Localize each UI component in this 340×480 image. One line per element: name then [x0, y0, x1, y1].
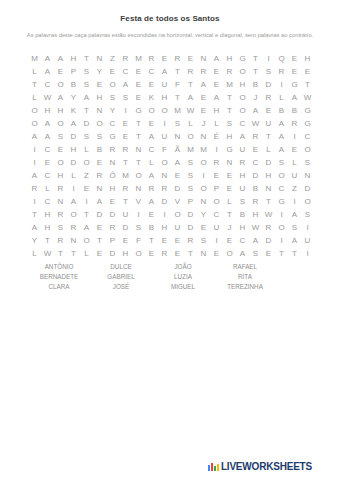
grid-cell-r1c12[interactable]: R [171, 52, 184, 65]
grid-cell-r11c9[interactable]: N [132, 182, 145, 195]
grid-cell-r9c18[interactable]: C [249, 156, 262, 169]
grid-cell-r2c15[interactable]: E [210, 65, 223, 78]
grid-cell-r11c14[interactable]: O [197, 182, 210, 195]
grid-cell-r14c7[interactable]: R [106, 221, 119, 234]
grid-cell-r9c17[interactable]: R [236, 156, 249, 169]
grid-cell-r4c9[interactable]: E [132, 91, 145, 104]
grid-cell-r11c2[interactable]: L [41, 182, 54, 195]
grid-cell-r14c20[interactable]: O [275, 221, 288, 234]
grid-cell-r11c19[interactable]: N [262, 182, 275, 195]
grid-cell-r9c11[interactable]: O [158, 156, 171, 169]
grid-cell-r11c22[interactable]: D [301, 182, 314, 195]
grid-cell-r12c2[interactable]: C [41, 195, 54, 208]
grid-cell-r2c20[interactable]: R [275, 65, 288, 78]
grid-cell-r6c10[interactable]: E [145, 117, 158, 130]
grid-cell-r2c8[interactable]: C [119, 65, 132, 78]
grid-cell-r5c5[interactable]: T [80, 104, 93, 117]
grid-cell-r15c3[interactable]: R [54, 234, 67, 247]
grid-cell-r12c22[interactable]: O [301, 195, 314, 208]
grid-cell-r12c21[interactable]: I [288, 195, 301, 208]
grid-cell-r1c6[interactable]: N [93, 52, 106, 65]
grid-cell-r12c12[interactable]: V [171, 195, 184, 208]
grid-cell-r15c6[interactable]: T [93, 234, 106, 247]
grid-cell-r3c20[interactable]: I [275, 78, 288, 91]
grid-cell-r2c17[interactable]: O [236, 65, 249, 78]
grid-cell-r13c14[interactable]: Y [197, 208, 210, 221]
grid-cell-r4c21[interactable]: A [288, 91, 301, 104]
grid-cell-r13c20[interactable]: I [275, 208, 288, 221]
grid-cell-r11c15[interactable]: P [210, 182, 223, 195]
grid-cell-r2c5[interactable]: S [80, 65, 93, 78]
grid-cell-r16c13[interactable]: T [184, 247, 197, 260]
grid-cell-r14c9[interactable]: S [132, 221, 145, 234]
grid-cell-r11c1[interactable]: R [28, 182, 41, 195]
grid-cell-r5c15[interactable]: H [210, 104, 223, 117]
grid-cell-r6c14[interactable]: J [197, 117, 210, 130]
grid-cell-r8c7[interactable]: R [106, 143, 119, 156]
grid-cell-r3c15[interactable]: E [210, 78, 223, 91]
grid-cell-r11c5[interactable]: E [80, 182, 93, 195]
grid-cell-r6c1[interactable]: O [28, 117, 41, 130]
grid-cell-r16c3[interactable]: T [54, 247, 67, 260]
grid-cell-r1c19[interactable]: I [262, 52, 275, 65]
grid-cell-r5c3[interactable]: H [54, 104, 67, 117]
grid-cell-r13c19[interactable]: W [262, 208, 275, 221]
grid-cell-r11c12[interactable]: D [171, 182, 184, 195]
grid-cell-r2c2[interactable]: A [41, 65, 54, 78]
grid-cell-r4c4[interactable]: Y [67, 91, 80, 104]
grid-cell-r12c15[interactable]: O [210, 195, 223, 208]
grid-cell-r5c1[interactable]: O [28, 104, 41, 117]
grid-cell-r4c10[interactable]: K [145, 91, 158, 104]
grid-cell-r12c11[interactable]: D [158, 195, 171, 208]
grid-cell-r14c6[interactable]: E [93, 221, 106, 234]
grid-cell-r5c22[interactable]: G [301, 104, 314, 117]
grid-cell-r16c4[interactable]: T [67, 247, 80, 260]
grid-cell-r4c22[interactable]: W [301, 91, 314, 104]
grid-cell-r10c20[interactable]: O [275, 169, 288, 182]
grid-cell-r4c13[interactable]: A [184, 91, 197, 104]
grid-cell-r5c7[interactable]: Y [106, 104, 119, 117]
grid-cell-r1c22[interactable]: H [301, 52, 314, 65]
grid-cell-r9c20[interactable]: S [275, 156, 288, 169]
grid-cell-r9c19[interactable]: D [262, 156, 275, 169]
grid-cell-r3c4[interactable]: B [67, 78, 80, 91]
grid-cell-r14c12[interactable]: U [171, 221, 184, 234]
grid-cell-r3c8[interactable]: A [119, 78, 132, 91]
grid-cell-r1c13[interactable]: E [184, 52, 197, 65]
grid-cell-r1c11[interactable]: E [158, 52, 171, 65]
grid-cell-r16c20[interactable]: T [275, 247, 288, 260]
grid-cell-r12c7[interactable]: E [106, 195, 119, 208]
grid-cell-r6c7[interactable]: C [106, 117, 119, 130]
grid-cell-r5c6[interactable]: N [93, 104, 106, 117]
grid-cell-r1c3[interactable]: A [54, 52, 67, 65]
grid-cell-r1c7[interactable]: Z [106, 52, 119, 65]
grid-cell-r3c11[interactable]: U [158, 78, 171, 91]
grid-cell-r11c3[interactable]: R [54, 182, 67, 195]
grid-cell-r16c12[interactable]: E [171, 247, 184, 260]
grid-cell-r13c6[interactable]: D [93, 208, 106, 221]
grid-cell-r8c16[interactable]: G [223, 143, 236, 156]
grid-cell-r1c16[interactable]: H [223, 52, 236, 65]
grid-cell-r6c5[interactable]: D [80, 117, 93, 130]
grid-cell-r16c16[interactable]: O [223, 247, 236, 260]
grid-cell-r15c22[interactable]: U [301, 234, 314, 247]
grid-cell-r3c5[interactable]: S [80, 78, 93, 91]
grid-cell-r14c10[interactable]: B [145, 221, 158, 234]
grid-cell-r12c18[interactable]: R [249, 195, 262, 208]
grid-cell-r13c11[interactable]: I [158, 208, 171, 221]
grid-cell-r10c6[interactable]: R [93, 169, 106, 182]
grid-cell-r8c14[interactable]: M [197, 143, 210, 156]
grid-cell-r5c9[interactable]: G [132, 104, 145, 117]
grid-cell-r15c14[interactable]: S [197, 234, 210, 247]
grid-cell-r12c16[interactable]: L [223, 195, 236, 208]
grid-cell-r15c17[interactable]: C [236, 234, 249, 247]
grid-cell-r3c1[interactable]: T [28, 78, 41, 91]
grid-cell-r1c2[interactable]: A [41, 52, 54, 65]
grid-cell-r16c22[interactable]: I [301, 247, 314, 260]
grid-cell-r10c22[interactable]: N [301, 169, 314, 182]
grid-cell-r5c10[interactable]: O [145, 104, 158, 117]
grid-cell-r2c13[interactable]: R [184, 65, 197, 78]
grid-cell-r9c7[interactable]: N [106, 156, 119, 169]
grid-cell-r14c1[interactable]: A [28, 221, 41, 234]
grid-cell-r7c16[interactable]: H [223, 130, 236, 143]
grid-cell-r13c2[interactable]: H [41, 208, 54, 221]
grid-cell-r5c4[interactable]: K [67, 104, 80, 117]
grid-cell-r2c10[interactable]: C [145, 65, 158, 78]
grid-cell-r7c2[interactable]: A [41, 130, 54, 143]
grid-cell-r4c17[interactable]: O [236, 91, 249, 104]
grid-cell-r14c21[interactable]: S [288, 221, 301, 234]
grid-cell-r6c9[interactable]: T [132, 117, 145, 130]
grid-cell-r4c19[interactable]: R [262, 91, 275, 104]
grid-cell-r3c6[interactable]: E [93, 78, 106, 91]
grid-cell-r6c19[interactable]: U [262, 117, 275, 130]
grid-cell-r13c10[interactable]: E [145, 208, 158, 221]
grid-cell-r10c8[interactable]: M [119, 169, 132, 182]
grid-cell-r4c1[interactable]: L [28, 91, 41, 104]
grid-cell-r6c18[interactable]: W [249, 117, 262, 130]
grid-cell-r5c17[interactable]: O [236, 104, 249, 117]
grid-cell-r2c14[interactable]: R [197, 65, 210, 78]
grid-cell-r6c17[interactable]: C [236, 117, 249, 130]
grid-cell-r1c15[interactable]: A [210, 52, 223, 65]
grid-cell-r15c19[interactable]: D [262, 234, 275, 247]
grid-cell-r14c11[interactable]: H [158, 221, 171, 234]
grid-cell-r14c14[interactable]: E [197, 221, 210, 234]
grid-cell-r15c8[interactable]: E [119, 234, 132, 247]
grid-cell-r9c2[interactable]: E [41, 156, 54, 169]
grid-cell-r15c15[interactable]: I [210, 234, 223, 247]
grid-cell-r9c13[interactable]: S [184, 156, 197, 169]
grid-cell-r5c12[interactable]: M [171, 104, 184, 117]
grid-cell-r8c6[interactable]: B [93, 143, 106, 156]
grid-cell-r6c8[interactable]: E [119, 117, 132, 130]
grid-cell-r9c21[interactable]: L [288, 156, 301, 169]
grid-cell-r13c16[interactable]: T [223, 208, 236, 221]
grid-cell-r11c17[interactable]: U [236, 182, 249, 195]
grid-cell-r13c1[interactable]: T [28, 208, 41, 221]
grid-cell-r10c10[interactable]: A [145, 169, 158, 182]
grid-cell-r3c7[interactable]: O [106, 78, 119, 91]
grid-cell-r10c15[interactable]: E [210, 169, 223, 182]
grid-cell-r7c15[interactable]: É [210, 130, 223, 143]
grid-cell-r8c11[interactable]: F [158, 143, 171, 156]
grid-cell-r16c10[interactable]: E [145, 247, 158, 260]
grid-cell-r4c5[interactable]: A [80, 91, 93, 104]
grid-cell-r2c21[interactable]: E [288, 65, 301, 78]
grid-cell-r9c9[interactable]: T [132, 156, 145, 169]
grid-cell-r5c18[interactable]: A [249, 104, 262, 117]
grid-cell-r3c19[interactable]: D [262, 78, 275, 91]
grid-cell-r16c15[interactable]: E [210, 247, 223, 260]
grid-cell-r15c7[interactable]: P [106, 234, 119, 247]
grid-cell-r14c16[interactable]: J [223, 221, 236, 234]
grid-cell-r4c8[interactable]: S [119, 91, 132, 104]
grid-cell-r16c7[interactable]: D [106, 247, 119, 260]
grid-cell-r14c18[interactable]: W [249, 221, 262, 234]
grid-cell-r7c20[interactable]: A [275, 130, 288, 143]
grid-cell-r6c21[interactable]: R [288, 117, 301, 130]
grid-cell-r11c21[interactable]: Z [288, 182, 301, 195]
grid-cell-r12c3[interactable]: N [54, 195, 67, 208]
grid-cell-r11c11[interactable]: R [158, 182, 171, 195]
grid-cell-r14c13[interactable]: D [184, 221, 197, 234]
grid-cell-r4c20[interactable]: L [275, 91, 288, 104]
grid-cell-r1c9[interactable]: M [132, 52, 145, 65]
grid-cell-r6c2[interactable]: A [41, 117, 54, 130]
grid-cell-r14c17[interactable]: H [236, 221, 249, 234]
grid-cell-r12c20[interactable]: G [275, 195, 288, 208]
grid-cell-r7c5[interactable]: S [80, 130, 93, 143]
grid-cell-r7c12[interactable]: N [171, 130, 184, 143]
grid-cell-r11c16[interactable]: E [223, 182, 236, 195]
grid-cell-r13c4[interactable]: O [67, 208, 80, 221]
grid-cell-r5c21[interactable]: B [288, 104, 301, 117]
grid-cell-r8c5[interactable]: L [80, 143, 93, 156]
grid-cell-r11c10[interactable]: R [145, 182, 158, 195]
grid-cell-r9c3[interactable]: O [54, 156, 67, 169]
grid-cell-r10c14[interactable]: I [197, 169, 210, 182]
grid-cell-r15c11[interactable]: E [158, 234, 171, 247]
grid-cell-r12c4[interactable]: A [67, 195, 80, 208]
grid-cell-r16c18[interactable]: S [249, 247, 262, 260]
grid-cell-r1c20[interactable]: Q [275, 52, 288, 65]
grid-cell-r12c5[interactable]: I [80, 195, 93, 208]
grid-cell-r6c12[interactable]: S [171, 117, 184, 130]
grid-cell-r11c18[interactable]: B [249, 182, 262, 195]
grid-cell-r2c18[interactable]: T [249, 65, 262, 78]
grid-cell-r13c21[interactable]: A [288, 208, 301, 221]
grid-cell-r9c14[interactable]: O [197, 156, 210, 169]
grid-cell-r3c21[interactable]: G [288, 78, 301, 91]
grid-cell-r10c17[interactable]: H [236, 169, 249, 182]
grid-cell-r16c9[interactable]: O [132, 247, 145, 260]
grid-cell-r15c21[interactable]: A [288, 234, 301, 247]
grid-cell-r6c15[interactable]: L [210, 117, 223, 130]
grid-cell-r9c8[interactable]: T [119, 156, 132, 169]
grid-cell-r8c8[interactable]: R [119, 143, 132, 156]
grid-cell-r10c5[interactable]: Z [80, 169, 93, 182]
grid-cell-r13c3[interactable]: R [54, 208, 67, 221]
grid-cell-r6c4[interactable]: A [67, 117, 80, 130]
grid-cell-r2c4[interactable]: P [67, 65, 80, 78]
grid-cell-r12c13[interactable]: P [184, 195, 197, 208]
grid-cell-r4c2[interactable]: W [41, 91, 54, 104]
grid-cell-r9c15[interactable]: R [210, 156, 223, 169]
grid-cell-r9c4[interactable]: D [67, 156, 80, 169]
grid-cell-r16c17[interactable]: A [236, 247, 249, 260]
grid-cell-r4c15[interactable]: A [210, 91, 223, 104]
grid-cell-r5c19[interactable]: E [262, 104, 275, 117]
grid-cell-r1c21[interactable]: E [288, 52, 301, 65]
grid-cell-r10c7[interactable]: Ô [106, 169, 119, 182]
grid-cell-r8c13[interactable]: M [184, 143, 197, 156]
grid-cell-r15c12[interactable]: E [171, 234, 184, 247]
grid-cell-r13c12[interactable]: O [171, 208, 184, 221]
grid-cell-r1c10[interactable]: R [145, 52, 158, 65]
grid-cell-r8c22[interactable]: O [301, 143, 314, 156]
grid-cell-r16c2[interactable]: W [41, 247, 54, 260]
grid-cell-r1c14[interactable]: N [197, 52, 210, 65]
grid-cell-r12c8[interactable]: T [119, 195, 132, 208]
grid-cell-r6c6[interactable]: O [93, 117, 106, 130]
grid-cell-r3c13[interactable]: T [184, 78, 197, 91]
grid-cell-r3c16[interactable]: M [223, 78, 236, 91]
grid-cell-r5c13[interactable]: W [184, 104, 197, 117]
grid-cell-r5c11[interactable]: O [158, 104, 171, 117]
grid-cell-r7c11[interactable]: U [158, 130, 171, 143]
grid-cell-r12c1[interactable]: I [28, 195, 41, 208]
grid-cell-r5c16[interactable]: T [223, 104, 236, 117]
grid-cell-r7c3[interactable]: S [54, 130, 67, 143]
grid-cell-r11c7[interactable]: H [106, 182, 119, 195]
grid-cell-r14c3[interactable]: S [54, 221, 67, 234]
grid-cell-r10c19[interactable]: H [262, 169, 275, 182]
grid-cell-r6c20[interactable]: A [275, 117, 288, 130]
grid-cell-r11c13[interactable]: S [184, 182, 197, 195]
grid-cell-r8c10[interactable]: C [145, 143, 158, 156]
grid-cell-r15c20[interactable]: I [275, 234, 288, 247]
grid-cell-r3c18[interactable]: B [249, 78, 262, 91]
grid-cell-r14c8[interactable]: D [119, 221, 132, 234]
grid-cell-r7c7[interactable]: G [106, 130, 119, 143]
grid-cell-r2c7[interactable]: E [106, 65, 119, 78]
grid-cell-r2c11[interactable]: A [158, 65, 171, 78]
grid-cell-r8c19[interactable]: L [262, 143, 275, 156]
liveworksheets-footer-link[interactable]: LIVEWORKSHEETS [208, 462, 312, 472]
grid-cell-r7c4[interactable]: D [67, 130, 80, 143]
grid-cell-r14c4[interactable]: R [67, 221, 80, 234]
grid-cell-r12c17[interactable]: S [236, 195, 249, 208]
grid-cell-r6c13[interactable]: L [184, 117, 197, 130]
grid-cell-r15c1[interactable]: Y [28, 234, 41, 247]
grid-cell-r15c9[interactable]: F [132, 234, 145, 247]
grid-cell-r4c12[interactable]: T [171, 91, 184, 104]
grid-cell-r7c8[interactable]: E [119, 130, 132, 143]
grid-cell-r13c22[interactable]: S [301, 208, 314, 221]
grid-cell-r4c18[interactable]: J [249, 91, 262, 104]
grid-cell-r13c15[interactable]: C [210, 208, 223, 221]
grid-cell-r12c14[interactable]: N [197, 195, 210, 208]
grid-cell-r16c6[interactable]: E [93, 247, 106, 260]
grid-cell-r15c4[interactable]: N [67, 234, 80, 247]
grid-cell-r10c12[interactable]: E [171, 169, 184, 182]
grid-cell-r14c22[interactable]: I [301, 221, 314, 234]
grid-cell-r12c6[interactable]: A [93, 195, 106, 208]
grid-cell-r12c10[interactable]: A [145, 195, 158, 208]
grid-cell-r2c19[interactable]: S [262, 65, 275, 78]
grid-cell-r15c18[interactable]: A [249, 234, 262, 247]
grid-cell-r8c20[interactable]: A [275, 143, 288, 156]
grid-cell-r6c22[interactable]: G [301, 117, 314, 130]
grid-cell-r13c17[interactable]: B [236, 208, 249, 221]
grid-cell-r10c21[interactable]: U [288, 169, 301, 182]
grid-cell-r4c11[interactable]: H [158, 91, 171, 104]
grid-cell-r6c3[interactable]: O [54, 117, 67, 130]
grid-cell-r12c19[interactable]: T [262, 195, 275, 208]
grid-cell-r9c6[interactable]: E [93, 156, 106, 169]
grid-cell-r8c2[interactable]: C [41, 143, 54, 156]
grid-cell-r7c22[interactable]: C [301, 130, 314, 143]
grid-cell-r13c7[interactable]: D [106, 208, 119, 221]
grid-cell-r10c16[interactable]: E [223, 169, 236, 182]
grid-cell-r8c3[interactable]: E [54, 143, 67, 156]
grid-cell-r7c19[interactable]: T [262, 130, 275, 143]
grid-cell-r7c18[interactable]: R [249, 130, 262, 143]
grid-cell-r5c8[interactable]: I [119, 104, 132, 117]
grid-cell-r8c21[interactable]: E [288, 143, 301, 156]
grid-cell-r16c21[interactable]: T [288, 247, 301, 260]
grid-cell-r2c6[interactable]: Y [93, 65, 106, 78]
grid-cell-r7c9[interactable]: T [132, 130, 145, 143]
grid-cell-r8c9[interactable]: N [132, 143, 145, 156]
grid-cell-r1c4[interactable]: H [67, 52, 80, 65]
grid-cell-r7c6[interactable]: S [93, 130, 106, 143]
grid-cell-r3c2[interactable]: C [41, 78, 54, 91]
grid-cell-r16c11[interactable]: R [158, 247, 171, 260]
grid-cell-r3c10[interactable]: E [145, 78, 158, 91]
grid-cell-r14c15[interactable]: U [210, 221, 223, 234]
grid-cell-r7c17[interactable]: A [236, 130, 249, 143]
grid-cell-r9c5[interactable]: O [80, 156, 93, 169]
grid-cell-r4c3[interactable]: A [54, 91, 67, 104]
grid-cell-r10c13[interactable]: S [184, 169, 197, 182]
grid-cell-r10c9[interactable]: O [132, 169, 145, 182]
grid-cell-r9c22[interactable]: S [301, 156, 314, 169]
grid-cell-r8c17[interactable]: U [236, 143, 249, 156]
grid-cell-r16c5[interactable]: L [80, 247, 93, 260]
grid-cell-r7c21[interactable]: I [288, 130, 301, 143]
grid-cell-r8c18[interactable]: E [249, 143, 262, 156]
grid-cell-r6c16[interactable]: S [223, 117, 236, 130]
grid-cell-r4c16[interactable]: T [223, 91, 236, 104]
grid-cell-r14c19[interactable]: R [262, 221, 275, 234]
grid-cell-r10c18[interactable]: D [249, 169, 262, 182]
grid-cell-r1c5[interactable]: T [80, 52, 93, 65]
grid-cell-r1c17[interactable]: G [236, 52, 249, 65]
grid-cell-r15c16[interactable]: E [223, 234, 236, 247]
grid-cell-r3c22[interactable]: T [301, 78, 314, 91]
grid-cell-r3c9[interactable]: E [132, 78, 145, 91]
grid-cell-r3c14[interactable]: A [197, 78, 210, 91]
grid-cell-r9c12[interactable]: A [171, 156, 184, 169]
grid-cell-r2c16[interactable]: R [223, 65, 236, 78]
grid-cell-r11c8[interactable]: R [119, 182, 132, 195]
